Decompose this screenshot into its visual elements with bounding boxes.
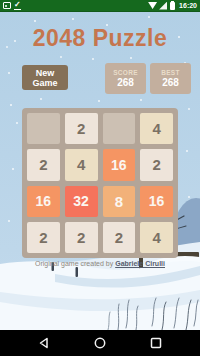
- tile: 16: [103, 149, 136, 180]
- score-label: SCORE: [113, 69, 138, 76]
- status-bar: ✓ 16:20: [0, 0, 200, 12]
- phone-screen: ✓ 16:20: [0, 0, 200, 356]
- best-box: BEST 268: [150, 63, 191, 94]
- tile: 32: [65, 186, 98, 217]
- page-title: 2048 Puzzle: [0, 25, 200, 52]
- best-label: BEST: [161, 69, 180, 76]
- status-bar-system: 16:20: [148, 2, 197, 10]
- screenshot-icon: [3, 2, 11, 9]
- tile: [103, 113, 136, 144]
- tile: 16: [27, 186, 60, 217]
- back-icon[interactable]: [38, 337, 50, 349]
- best-value: 268: [162, 77, 179, 88]
- home-icon[interactable]: [94, 337, 106, 349]
- tile: 2: [27, 222, 60, 253]
- credit-link[interactable]: Gabriele Cirulli: [115, 260, 165, 267]
- tile: 2: [65, 113, 98, 144]
- score-value: 268: [117, 77, 134, 88]
- tile: [27, 113, 60, 144]
- tile: 8: [103, 186, 136, 217]
- score-box: SCORE 268: [105, 63, 146, 94]
- tile: 16: [140, 186, 173, 217]
- new-game-button[interactable]: New Game: [22, 65, 68, 90]
- credit-text: Original game created by: [35, 260, 113, 267]
- tile: 4: [140, 113, 173, 144]
- status-bar-notifications: ✓: [3, 1, 148, 10]
- android-nav-bar: [0, 330, 200, 356]
- tile: 4: [65, 149, 98, 180]
- recents-icon[interactable]: [150, 337, 162, 349]
- tile: 2: [140, 149, 173, 180]
- tile: 4: [140, 222, 173, 253]
- battery-icon: [170, 2, 175, 10]
- tile: 2: [103, 222, 136, 253]
- credit-line: Original game created by Gabriele Cirull…: [0, 260, 200, 267]
- board-grid[interactable]: 2 4 2 4 16 2 16 32 8 16 2 2 2 4: [22, 108, 178, 258]
- wifi-icon: [148, 2, 157, 9]
- tile: 2: [27, 149, 60, 180]
- tile: 2: [65, 222, 98, 253]
- status-time: 16:20: [179, 2, 197, 9]
- signal-icon: [159, 2, 167, 10]
- check-icon: ✓: [14, 1, 21, 10]
